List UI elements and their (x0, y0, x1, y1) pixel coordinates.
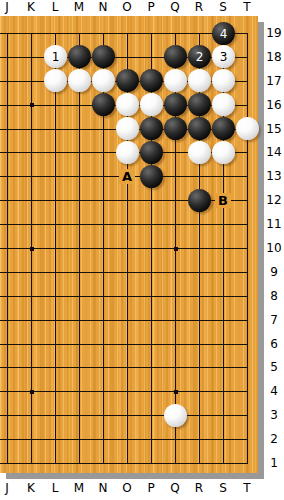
stone-white-S18[interactable]: 3 (212, 45, 235, 68)
stone-black-R16[interactable] (188, 93, 211, 116)
top-letter-T: T (235, 0, 259, 15)
row-number-9: 9 (263, 264, 284, 280)
grid-horizontal-line-6 (0, 344, 248, 345)
star-point-K16 (30, 103, 34, 107)
row-number-11: 11 (263, 216, 284, 232)
row-number-7: 7 (263, 312, 284, 328)
go-board[interactable]: 4123AB (0, 16, 258, 473)
stone-black-Q16[interactable] (164, 93, 187, 116)
top-letter-Q: Q (163, 0, 187, 15)
stone-black-R15[interactable] (188, 117, 211, 140)
stone-black-S15[interactable] (212, 117, 235, 140)
stone-move-number: 2 (196, 51, 204, 63)
grid-horizontal-line-2 (0, 439, 248, 440)
top-letter-M: M (67, 0, 91, 15)
stone-white-T15[interactable] (236, 117, 259, 140)
row-number-12: 12 (263, 192, 284, 208)
row-number-14: 14 (263, 144, 284, 160)
stone-white-Q17[interactable] (164, 69, 187, 92)
star-point-K10 (30, 247, 34, 251)
row-number-1: 1 (263, 455, 284, 471)
mark-B-S12[interactable]: B (215, 193, 231, 208)
stone-black-Q18[interactable] (164, 45, 187, 68)
row-number-16: 16 (263, 97, 284, 113)
row-number-3: 3 (263, 407, 284, 423)
stone-black-N18[interactable] (92, 45, 115, 68)
grid-horizontal-line-4 (0, 391, 248, 392)
bottom-letter-Q: Q (163, 481, 187, 496)
grid-horizontal-line-9 (0, 272, 248, 273)
top-letter-P: P (139, 0, 163, 15)
star-point-Q4 (174, 390, 178, 394)
stone-black-R12[interactable] (188, 189, 211, 212)
stone-white-O16[interactable] (116, 93, 139, 116)
bottom-letter-K: K (19, 481, 43, 496)
top-letter-J: J (0, 0, 19, 15)
stone-move-number: 1 (52, 51, 60, 63)
stone-black-Q15[interactable] (164, 117, 187, 140)
go-diagram-screen: JKLMNOPQRST 4123AB 191817161514131211109… (0, 0, 284, 500)
bottom-letter-T: T (235, 481, 259, 496)
stone-black-M18[interactable] (68, 45, 91, 68)
top-letter-O: O (115, 0, 139, 15)
stone-white-R14[interactable] (188, 141, 211, 164)
bottom-letter-L: L (43, 481, 67, 496)
mark-A-O13[interactable]: A (119, 169, 135, 184)
stone-white-Q3[interactable] (164, 404, 187, 427)
grid-horizontal-line-5 (0, 367, 248, 368)
bottom-letter-P: P (139, 481, 163, 496)
row-number-19: 19 (263, 25, 284, 41)
stone-black-O17[interactable] (116, 69, 139, 92)
star-point-Q10 (174, 247, 178, 251)
bottom-letter-O: O (115, 481, 139, 496)
grid-horizontal-line-10 (0, 248, 248, 249)
stone-white-L18[interactable]: 1 (44, 45, 67, 68)
stone-white-S16[interactable] (212, 93, 235, 116)
stone-white-O14[interactable] (116, 141, 139, 164)
stone-move-number: 3 (220, 51, 228, 63)
bottom-letter-S: S (211, 481, 235, 496)
row-number-8: 8 (263, 288, 284, 304)
row-number-6: 6 (263, 336, 284, 352)
stone-black-P17[interactable] (140, 69, 163, 92)
stone-white-L17[interactable] (44, 69, 67, 92)
row-number-13: 13 (263, 168, 284, 184)
stone-black-N16[interactable] (92, 93, 115, 116)
bottom-letter-M: M (67, 481, 91, 496)
stone-black-P13[interactable] (140, 165, 163, 188)
stone-move-number: 4 (220, 28, 228, 40)
top-letter-K: K (19, 0, 43, 15)
row-number-2: 2 (263, 431, 284, 447)
top-letter-N: N (91, 0, 115, 15)
star-point-K4 (30, 390, 34, 394)
row-number-18: 18 (263, 49, 284, 65)
stone-black-P14[interactable] (140, 141, 163, 164)
stone-black-R18[interactable]: 2 (188, 45, 211, 68)
stone-white-S14[interactable] (212, 141, 235, 164)
row-number-10: 10 (263, 240, 284, 256)
row-number-17: 17 (263, 73, 284, 89)
stone-black-S19[interactable]: 4 (212, 22, 235, 45)
stone-black-P15[interactable] (140, 117, 163, 140)
row-number-15: 15 (263, 121, 284, 137)
stone-white-R17[interactable] (188, 69, 211, 92)
grid-horizontal-line-3 (0, 415, 248, 416)
stone-white-M17[interactable] (68, 69, 91, 92)
stone-white-O15[interactable] (116, 117, 139, 140)
bottom-letter-R: R (187, 481, 211, 496)
bottom-letter-N: N (91, 481, 115, 496)
bottom-letter-J: J (0, 481, 19, 496)
row-number-5: 5 (263, 359, 284, 375)
grid-horizontal-line-19 (0, 33, 248, 34)
stone-white-N17[interactable] (92, 69, 115, 92)
grid-horizontal-line-7 (0, 320, 248, 321)
stone-white-P16[interactable] (140, 93, 163, 116)
grid-horizontal-line-8 (0, 296, 248, 297)
top-letter-R: R (187, 0, 211, 15)
top-letter-S: S (211, 0, 235, 15)
grid-horizontal-line-1 (0, 463, 248, 464)
top-letter-L: L (43, 0, 67, 15)
row-number-4: 4 (263, 383, 284, 399)
stone-white-S17[interactable] (212, 69, 235, 92)
grid-horizontal-line-11 (0, 224, 248, 225)
